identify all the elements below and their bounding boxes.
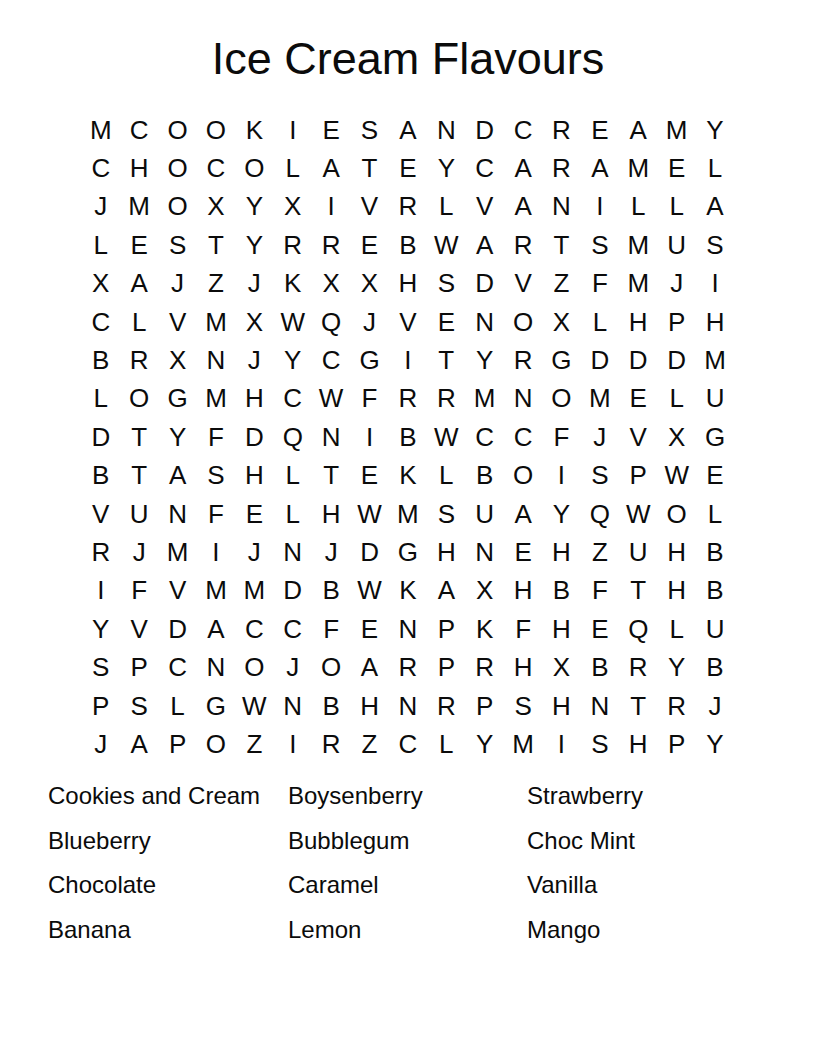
word-search-grid: MCOOKIESANDCREAMYCHOCOLATEYCARAMELJMOXYX… xyxy=(82,111,735,764)
grid-cell: X xyxy=(82,265,120,303)
grid-cell: R xyxy=(274,226,312,264)
grid-cell: O xyxy=(120,380,158,418)
grid-cell: N xyxy=(581,687,619,725)
grid-cell: M xyxy=(619,226,657,264)
grid-cell: O xyxy=(158,149,196,187)
grid-cell: M xyxy=(120,188,158,226)
grid-cell: T xyxy=(542,226,580,264)
grid-cell: Q xyxy=(312,303,350,341)
grid-cell: A xyxy=(389,111,427,149)
grid-cell: X xyxy=(466,572,504,610)
grid-cell: O xyxy=(197,725,235,763)
grid-cell: Y xyxy=(235,226,273,264)
word-list-item: Choc Mint xyxy=(527,818,816,863)
grid-cell: W xyxy=(427,418,465,456)
grid-cell: V xyxy=(504,265,542,303)
grid-cell: L xyxy=(427,725,465,763)
grid-cell: H xyxy=(696,303,734,341)
grid-cell: N xyxy=(197,648,235,686)
grid-cell: X xyxy=(274,188,312,226)
grid-cell: B xyxy=(389,418,427,456)
grid-cell: H xyxy=(504,648,542,686)
page: Ice Cream Flavours MCOOKIESANDCREAMYCHOC… xyxy=(0,0,816,1056)
grid-cell: J xyxy=(274,648,312,686)
grid-cell: M xyxy=(619,265,657,303)
grid-cell: K xyxy=(389,457,427,495)
grid-cell: A xyxy=(696,188,734,226)
grid-cell: J xyxy=(235,533,273,571)
grid-cell: T xyxy=(619,572,657,610)
grid-cell: A xyxy=(504,188,542,226)
grid-cell: J xyxy=(696,687,734,725)
grid-cell: Y xyxy=(82,610,120,648)
grid-cell: E xyxy=(312,111,350,149)
grid-cell: L xyxy=(158,687,196,725)
grid-cell: B xyxy=(389,226,427,264)
grid-cell: S xyxy=(82,648,120,686)
grid-cell: H xyxy=(657,572,695,610)
grid-cell: P xyxy=(82,687,120,725)
grid-cell: G xyxy=(542,341,580,379)
grid-cell: C xyxy=(274,380,312,418)
grid-cell: R xyxy=(657,687,695,725)
grid-cell: R xyxy=(542,111,580,149)
grid-cell: E xyxy=(504,533,542,571)
grid-cell: P xyxy=(427,610,465,648)
grid-cell: K xyxy=(235,111,273,149)
grid-cell: M xyxy=(389,495,427,533)
grid-cell: F xyxy=(312,610,350,648)
grid-cell: L xyxy=(581,303,619,341)
word-list-item: Blueberry xyxy=(48,818,288,863)
grid-cell: F xyxy=(504,610,542,648)
grid-cell: I xyxy=(696,265,734,303)
word-list-item: Cookies and Cream xyxy=(48,774,288,819)
grid-cell: J xyxy=(350,303,388,341)
grid-cell: F xyxy=(120,572,158,610)
grid-cell: B xyxy=(581,648,619,686)
grid-cell: C xyxy=(466,149,504,187)
grid-cell: M xyxy=(504,725,542,763)
grid-cell: B xyxy=(82,457,120,495)
grid-cell: M xyxy=(696,341,734,379)
grid-cell: M xyxy=(235,572,273,610)
grid-cell: C xyxy=(82,149,120,187)
grid-cell: L xyxy=(274,149,312,187)
grid-cell: D xyxy=(350,533,388,571)
grid-cell: N xyxy=(427,111,465,149)
grid-cell: C xyxy=(504,111,542,149)
grid-cell: L xyxy=(657,188,695,226)
grid-cell: A xyxy=(504,149,542,187)
grid-cell: Z xyxy=(235,725,273,763)
grid-cell: S xyxy=(581,725,619,763)
grid-cell: C xyxy=(312,341,350,379)
grid-cell: C xyxy=(274,610,312,648)
grid-cell: A xyxy=(581,149,619,187)
grid-cell: F xyxy=(581,265,619,303)
grid-cell: E xyxy=(696,457,734,495)
grid-cell: I xyxy=(542,725,580,763)
grid-cell: S xyxy=(120,687,158,725)
grid-cell: C xyxy=(235,610,273,648)
grid-cell: A xyxy=(427,572,465,610)
grid-cell: I xyxy=(274,725,312,763)
grid-cell: H xyxy=(120,149,158,187)
grid-cell: W xyxy=(427,226,465,264)
grid-cell: A xyxy=(619,111,657,149)
grid-cell: M xyxy=(581,380,619,418)
grid-cell: E xyxy=(350,610,388,648)
grid-cell: M xyxy=(197,380,235,418)
word-list-item: Banana xyxy=(48,907,288,952)
grid-cell: H xyxy=(542,533,580,571)
grid-cell: P xyxy=(657,303,695,341)
grid-cell: D xyxy=(235,418,273,456)
grid-cell: A xyxy=(197,610,235,648)
grid-cell: M xyxy=(82,111,120,149)
grid-cell: C xyxy=(504,418,542,456)
grid-cell: J xyxy=(158,265,196,303)
grid-cell: U xyxy=(619,533,657,571)
grid-cell: W xyxy=(350,495,388,533)
grid-cell: F xyxy=(197,418,235,456)
grid-cell: W xyxy=(274,303,312,341)
grid-cell: H xyxy=(312,495,350,533)
grid-cell: W xyxy=(350,572,388,610)
grid-cell: I xyxy=(581,188,619,226)
grid-cell: T xyxy=(120,457,158,495)
grid-cell: N xyxy=(466,303,504,341)
grid-cell: B xyxy=(82,341,120,379)
grid-cell: C xyxy=(82,303,120,341)
word-list: Cookies and CreamBlueberryChocolateBanan… xyxy=(0,774,816,952)
grid-cell: B xyxy=(312,572,350,610)
grid-cell: A xyxy=(120,725,158,763)
grid-cell: F xyxy=(581,572,619,610)
grid-cell: P xyxy=(158,725,196,763)
grid-cell: O xyxy=(158,111,196,149)
grid-cell: C xyxy=(466,418,504,456)
grid-cell: P xyxy=(427,648,465,686)
grid-cell: J xyxy=(235,341,273,379)
grid-cell: U xyxy=(466,495,504,533)
grid-cell: J xyxy=(235,265,273,303)
grid-cell: M xyxy=(158,533,196,571)
grid-cell: R xyxy=(466,648,504,686)
grid-cell: Q xyxy=(619,610,657,648)
grid-cell: N xyxy=(542,188,580,226)
grid-cell: X xyxy=(312,265,350,303)
grid-cell: H xyxy=(542,610,580,648)
grid-cell: A xyxy=(312,149,350,187)
grid-cell: E xyxy=(235,495,273,533)
grid-cell: H xyxy=(235,457,273,495)
grid-cell: L xyxy=(82,226,120,264)
grid-cell: M xyxy=(197,303,235,341)
grid-cell: I xyxy=(312,188,350,226)
grid-cell: V xyxy=(158,572,196,610)
grid-cell: X xyxy=(158,341,196,379)
grid-cell: Y xyxy=(158,418,196,456)
grid-cell: Y xyxy=(274,341,312,379)
grid-cell: S xyxy=(158,226,196,264)
grid-cell: I xyxy=(389,341,427,379)
word-list-column: Cookies and CreamBlueberryChocolateBanan… xyxy=(48,774,288,952)
grid-cell: B xyxy=(696,648,734,686)
grid-cell: C xyxy=(158,648,196,686)
grid-cell: S xyxy=(696,226,734,264)
grid-cell: S xyxy=(581,457,619,495)
grid-cell: S xyxy=(427,495,465,533)
grid-cell: H xyxy=(235,380,273,418)
grid-cell: O xyxy=(657,495,695,533)
grid-cell: O xyxy=(235,648,273,686)
grid-cell: D xyxy=(158,610,196,648)
grid-cell: T xyxy=(197,226,235,264)
grid-cell: L xyxy=(619,188,657,226)
grid-cell: N xyxy=(466,533,504,571)
grid-cell: G xyxy=(197,687,235,725)
grid-cell: E xyxy=(389,149,427,187)
grid-cell: Z xyxy=(197,265,235,303)
grid-cell: Y xyxy=(542,495,580,533)
grid-cell: R xyxy=(504,341,542,379)
grid-cell: D xyxy=(466,265,504,303)
grid-cell: T xyxy=(312,457,350,495)
grid-cell: D xyxy=(581,341,619,379)
grid-cell: D xyxy=(619,341,657,379)
grid-cell: X xyxy=(657,418,695,456)
grid-cell: L xyxy=(274,495,312,533)
grid-cell: V xyxy=(619,418,657,456)
grid-cell: R xyxy=(542,149,580,187)
grid-cell: V xyxy=(389,303,427,341)
grid-cell: V xyxy=(466,188,504,226)
grid-cell: R xyxy=(427,687,465,725)
grid-cell: G xyxy=(350,341,388,379)
word-list-column: StrawberryChoc MintVanillaMango xyxy=(527,774,816,952)
grid-cell: H xyxy=(619,303,657,341)
grid-cell: M xyxy=(619,149,657,187)
grid-cell: J xyxy=(120,533,158,571)
grid-cell: E xyxy=(120,226,158,264)
grid-cell: Q xyxy=(274,418,312,456)
grid-cell: X xyxy=(235,303,273,341)
grid-cell: L xyxy=(657,610,695,648)
grid-cell: D xyxy=(82,418,120,456)
word-list-item: Vanilla xyxy=(527,863,816,908)
grid-cell: Y xyxy=(235,188,273,226)
grid-cell: B xyxy=(466,457,504,495)
grid-cell: P xyxy=(120,648,158,686)
grid-cell: R xyxy=(120,341,158,379)
grid-cell: K xyxy=(274,265,312,303)
grid-cell: V xyxy=(350,188,388,226)
grid-cell: L xyxy=(120,303,158,341)
grid-cell: N xyxy=(312,418,350,456)
grid-cell: Y xyxy=(696,111,734,149)
grid-cell: E xyxy=(350,226,388,264)
grid-cell: D xyxy=(466,111,504,149)
grid-cell: Z xyxy=(581,533,619,571)
grid-cell: L xyxy=(274,457,312,495)
word-list-item: Caramel xyxy=(288,863,527,908)
grid-cell: F xyxy=(197,495,235,533)
grid-cell: R xyxy=(427,380,465,418)
grid-cell: F xyxy=(350,380,388,418)
grid-cell: I xyxy=(274,111,312,149)
grid-cell: Y xyxy=(657,648,695,686)
grid-cell: H xyxy=(542,687,580,725)
grid-cell: N xyxy=(158,495,196,533)
grid-cell: H xyxy=(657,533,695,571)
grid-cell: R xyxy=(389,188,427,226)
grid-cell: H xyxy=(350,687,388,725)
word-list-item: Bubblegum xyxy=(288,818,527,863)
grid-cell: A xyxy=(350,648,388,686)
grid-cell: L xyxy=(427,457,465,495)
grid-cell: R xyxy=(619,648,657,686)
grid-cell: R xyxy=(312,725,350,763)
grid-cell: A xyxy=(158,457,196,495)
grid-cell: R xyxy=(504,226,542,264)
grid-cell: W xyxy=(619,495,657,533)
grid-cell: O xyxy=(504,303,542,341)
grid-cell: U xyxy=(120,495,158,533)
grid-cell: X xyxy=(542,648,580,686)
grid-cell: R xyxy=(82,533,120,571)
grid-cell: Y xyxy=(427,149,465,187)
grid-cell: E xyxy=(427,303,465,341)
grid-cell: V xyxy=(158,303,196,341)
grid-cell: H xyxy=(504,572,542,610)
grid-cell: N xyxy=(504,380,542,418)
grid-cell: C xyxy=(389,725,427,763)
grid-cell: I xyxy=(542,457,580,495)
grid-cell: B xyxy=(542,572,580,610)
grid-cell: O xyxy=(542,380,580,418)
grid-cell: O xyxy=(235,149,273,187)
grid-cell: M xyxy=(466,380,504,418)
grid-cell: P xyxy=(619,457,657,495)
grid-cell: G xyxy=(158,380,196,418)
grid-cell: T xyxy=(619,687,657,725)
grid-cell: B xyxy=(696,533,734,571)
grid-cell: A xyxy=(504,495,542,533)
grid-cell: R xyxy=(389,648,427,686)
grid-cell: H xyxy=(389,265,427,303)
grid-cell: P xyxy=(657,725,695,763)
grid-cell: T xyxy=(350,149,388,187)
grid-cell: T xyxy=(120,418,158,456)
grid-cell: T xyxy=(427,341,465,379)
grid-cell: W xyxy=(657,457,695,495)
word-list-item: Chocolate xyxy=(48,863,288,908)
grid-cell: I xyxy=(197,533,235,571)
grid-cell: K xyxy=(389,572,427,610)
grid-cell: E xyxy=(657,149,695,187)
grid-cell: L xyxy=(427,188,465,226)
grid-cell: S xyxy=(504,687,542,725)
grid-cell: O xyxy=(158,188,196,226)
grid-cell: N xyxy=(274,533,312,571)
grid-cell: W xyxy=(312,380,350,418)
word-list-item: Strawberry xyxy=(527,774,816,819)
grid-cell: I xyxy=(82,572,120,610)
grid-cell: O xyxy=(504,457,542,495)
grid-cell: M xyxy=(197,572,235,610)
grid-cell: V xyxy=(82,495,120,533)
grid-cell: H xyxy=(427,533,465,571)
grid-cell: R xyxy=(389,380,427,418)
grid-cell: S xyxy=(427,265,465,303)
grid-cell: U xyxy=(696,610,734,648)
grid-cell: Y xyxy=(696,725,734,763)
grid-cell: N xyxy=(197,341,235,379)
grid-cell: J xyxy=(312,533,350,571)
grid-cell: U xyxy=(657,226,695,264)
grid-cell: X xyxy=(197,188,235,226)
grid-cell: A xyxy=(120,265,158,303)
grid-cell: U xyxy=(696,380,734,418)
grid-cell: E xyxy=(350,457,388,495)
grid-cell: X xyxy=(542,303,580,341)
grid-cell: L xyxy=(657,380,695,418)
grid-cell: B xyxy=(312,687,350,725)
grid-cell: C xyxy=(197,149,235,187)
grid-cell: F xyxy=(542,418,580,456)
grid-cell: O xyxy=(312,648,350,686)
grid-cell: J xyxy=(581,418,619,456)
grid-cell: S xyxy=(581,226,619,264)
grid-cell: X xyxy=(350,265,388,303)
grid-cell: G xyxy=(696,418,734,456)
grid-cell: N xyxy=(274,687,312,725)
grid-cell: E xyxy=(581,610,619,648)
word-list-item: Mango xyxy=(527,907,816,952)
grid-cell: L xyxy=(82,380,120,418)
grid-cell: B xyxy=(696,572,734,610)
grid-cell: E xyxy=(581,111,619,149)
grid-cell: Y xyxy=(466,725,504,763)
grid-cell: M xyxy=(657,111,695,149)
grid-cell: H xyxy=(619,725,657,763)
grid-cell: D xyxy=(274,572,312,610)
grid-cell: C xyxy=(120,111,158,149)
word-list-item: Boysenberry xyxy=(288,774,527,819)
grid-cell: E xyxy=(619,380,657,418)
grid-cell: G xyxy=(389,533,427,571)
grid-cell: Y xyxy=(466,341,504,379)
grid-cell: O xyxy=(197,111,235,149)
grid-cell: V xyxy=(120,610,158,648)
page-title: Ice Cream Flavours xyxy=(0,30,816,88)
grid-cell: S xyxy=(350,111,388,149)
grid-cell: I xyxy=(350,418,388,456)
grid-cell: Z xyxy=(350,725,388,763)
grid-cell: Q xyxy=(581,495,619,533)
grid-cell: J xyxy=(657,265,695,303)
grid-cell: R xyxy=(312,226,350,264)
grid-cell: Z xyxy=(542,265,580,303)
word-list-column: BoysenberryBubblegumCaramelLemon xyxy=(288,774,527,952)
word-list-item: Lemon xyxy=(288,907,527,952)
grid-cell: S xyxy=(197,457,235,495)
grid-cell: P xyxy=(466,687,504,725)
grid-cell: L xyxy=(696,149,734,187)
grid-cell: J xyxy=(82,725,120,763)
